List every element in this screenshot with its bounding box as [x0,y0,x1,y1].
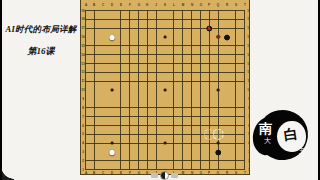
goban: AABBCCDDEEFFGGHHJJKKLLMMNNOOPPQQRRSSTT19… [80,0,250,175]
board-coordinate-bottom: G [137,172,139,175]
board-coordinate-left: 7 [82,115,84,118]
board-coordinate-left: 17 [81,27,84,30]
half-black-half-white-stone-icon [160,171,169,180]
lecture-title: AI时代的布局详解 [4,24,78,36]
board-coordinate-right: 9 [248,98,250,101]
board-coordinate-bottom: D [111,172,113,175]
board-coordinate-right: 12 [247,71,250,74]
board-coordinate-bottom: Q [217,172,219,175]
black-stone: ● [222,32,231,41]
star-point [164,142,167,145]
board-coordinate-right: 6 [248,124,250,127]
last-move-triangle-marker [207,26,211,30]
board-coordinate-top: G [137,3,139,6]
board-coordinate-right: 5 [248,133,250,136]
app-watermark [151,171,178,180]
board-coordinate-bottom: P [208,172,210,175]
board-coordinate-left: 19 [81,9,84,12]
watermark-left-tag [151,173,158,178]
video-left-border [0,0,2,180]
board-coordinate-top: H [146,3,148,6]
board-coordinate-bottom: O [199,172,201,175]
board-coordinate-bottom: E [120,172,122,175]
board-coordinate-top: F [129,3,131,6]
board-coordinate-left: 15 [81,44,84,47]
board-coordinate-top: A [84,3,86,6]
board-coordinate-left: 11 [81,80,84,83]
board-coordinate-left: 12 [81,71,84,74]
star-point [164,89,167,92]
board-coordinate-right: 13 [247,62,250,65]
board-coordinate-right: 3 [248,151,250,154]
board-coordinate-left: 10 [81,89,84,92]
board-coordinate-right: 18 [247,18,250,21]
board-coordinate-right: 4 [248,142,250,145]
board-coordinate-left: 8 [82,106,84,109]
board-coordinate-bottom: H [146,172,148,175]
star-point [164,36,167,39]
board-coordinate-top: E [120,3,122,6]
board-coordinate-bottom: A [84,172,86,175]
board-coordinate-top: J [155,3,157,6]
board-coordinate-top: K [164,3,166,6]
board-coordinate-left: 4 [82,142,84,145]
white-stone: ● [107,32,116,41]
star-point [217,89,220,92]
board-coordinate-right: 10 [247,89,250,92]
logo-char-wang: 王 [299,147,305,156]
board-coordinate-left: 1 [82,168,84,171]
candidate-move-dashed-circle [213,129,224,140]
channel-calligraphy-logo: 南 大 白 王 [252,108,316,166]
board-coordinate-top: R [226,3,228,6]
board-coordinate-top: B [93,3,95,6]
logo-char-bai: 白 [283,125,299,145]
board-coordinate-right: 7 [248,115,250,118]
board-coordinate-left: 16 [81,36,84,39]
board-coordinate-right: 2 [248,159,250,162]
board-coordinate-top: N [191,3,193,6]
rounded-corner-vignette [0,166,14,180]
board-coordinate-bottom: S [235,172,237,175]
board-coordinate-top: L [173,3,175,6]
black-stone: ● [214,147,223,156]
board-coordinate-top: D [111,3,113,6]
board-coordinate-top: C [102,3,104,6]
watermark-right-tag [171,173,178,178]
board-coordinate-top: O [199,3,201,6]
lesson-number: 第16课 [4,45,78,58]
board-coordinate-left: 9 [82,98,84,101]
board-coordinate-left: 3 [82,151,84,154]
board-coordinate-bottom: T [244,172,246,175]
board-coordinate-bottom: F [129,172,131,175]
board-coordinate-left: 5 [82,133,84,136]
board-coordinate-right: 16 [247,36,250,39]
board-coordinate-top: M [182,3,185,6]
board-coordinate-left: 18 [81,18,84,21]
board-coordinate-left: 2 [82,159,84,162]
board-coordinate-left: 6 [82,124,84,127]
board-coordinate-top: P [208,3,210,6]
board-coordinate-right: 14 [247,53,250,56]
board-coordinate-right: 11 [248,80,250,83]
white-stone: ● [107,147,116,156]
star-point [111,89,114,92]
board-coordinate-bottom: R [226,172,228,175]
board-coordinate-right: 8 [248,106,250,109]
board-coordinate-bottom: N [191,172,193,175]
logo-char-da: 大 [264,136,271,146]
board-coordinate-left: 14 [81,53,84,56]
board-coordinate-right: 19 [247,9,250,12]
board-coordinate-right: 15 [247,44,250,47]
board-coordinate-top: T [244,3,246,6]
board-coordinate-left: 13 [81,62,84,65]
board-coordinate-top: Q [217,3,219,6]
board-coordinate-bottom: B [93,172,95,175]
board-coordinate-right: 17 [247,27,250,30]
board-coordinate-bottom: C [102,172,104,175]
board-coordinate-bottom: M [182,172,185,175]
board-coordinate-right: 1 [248,168,250,171]
lecture-title-block: AI时代的布局详解 第16课 [4,24,78,58]
board-coordinate-top: S [235,3,237,6]
